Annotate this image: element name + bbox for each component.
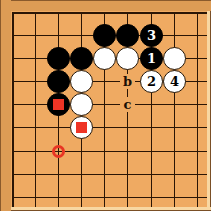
red-square-mark — [76, 122, 87, 133]
grid-line-horizontal — [12, 174, 207, 175]
grid-line-vertical — [12, 12, 14, 207]
move-number: 1 — [147, 52, 156, 65]
go-stone-white — [116, 47, 139, 70]
go-stone-white — [163, 47, 186, 70]
go-stone-black — [47, 47, 70, 70]
go-stone-white — [70, 70, 93, 93]
go-stone-black — [70, 47, 93, 70]
go-stone-black — [47, 70, 70, 93]
frame-right-highlight — [207, 0, 211, 211]
go-stone-black-move-3: 3 — [140, 24, 163, 47]
grid-line-vertical — [174, 12, 175, 207]
grid-line-horizontal — [12, 12, 207, 14]
go-stone-black — [116, 24, 139, 47]
red-square-mark — [53, 99, 64, 110]
go-board: 3124bc — [11, 11, 207, 207]
go-stone-white — [70, 93, 93, 116]
move-number: 3 — [147, 29, 156, 42]
frame-bottom-highlight — [0, 207, 211, 211]
go-stone-white-move-4: 4 — [163, 70, 186, 93]
go-stone-white-move-2: 2 — [140, 70, 163, 93]
grid-line-horizontal — [12, 127, 207, 128]
red-circle-marker — [52, 145, 65, 158]
go-stone-white — [93, 47, 116, 70]
grid-line-horizontal — [12, 151, 207, 152]
go-stone-black-marked — [47, 93, 70, 116]
frame-left-band — [0, 0, 11, 211]
go-stone-white-marked — [70, 116, 93, 139]
grid-line-horizontal — [12, 197, 207, 198]
frame-top-band — [0, 0, 211, 11]
grid-line-vertical — [35, 12, 36, 207]
go-diagram: 3124bc — [0, 0, 211, 211]
go-stone-black — [93, 24, 116, 47]
go-stone-black-move-1: 1 — [140, 47, 163, 70]
point-label-b: b — [120, 74, 135, 89]
move-number: 4 — [170, 75, 179, 88]
point-label-c: c — [120, 97, 135, 112]
grid-line-vertical — [197, 12, 198, 207]
grid-line-horizontal — [12, 104, 207, 105]
move-number: 2 — [147, 75, 156, 88]
